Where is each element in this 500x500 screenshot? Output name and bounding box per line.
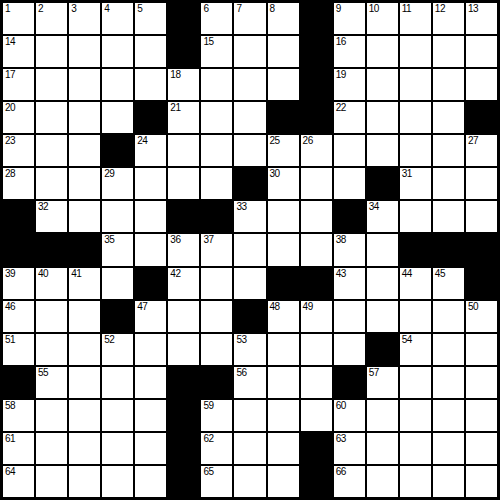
grid-cell[interactable] xyxy=(69,334,100,365)
grid-cell[interactable] xyxy=(367,69,398,100)
clue-number: 51 xyxy=(5,335,15,345)
grid-cell[interactable]: 19 xyxy=(334,69,365,100)
clue-number: 17 xyxy=(5,70,15,80)
grid-cell[interactable]: 24 xyxy=(135,135,166,166)
clue-number: 66 xyxy=(336,467,346,477)
grid-cell[interactable]: 53 xyxy=(234,334,265,365)
grid-cell[interactable]: 47 xyxy=(135,301,166,332)
grid-cell[interactable] xyxy=(69,367,100,398)
grid-cell[interactable] xyxy=(201,268,232,299)
grid-cell[interactable]: 35 xyxy=(102,234,133,265)
grid-cell[interactable] xyxy=(69,201,100,232)
clue-number: 16 xyxy=(336,37,346,47)
grid-cell[interactable] xyxy=(69,135,100,166)
grid-cell[interactable] xyxy=(268,36,299,67)
black-square xyxy=(168,3,199,34)
grid-cell[interactable] xyxy=(36,334,67,365)
grid-cell[interactable]: 32 xyxy=(36,201,67,232)
grid-cell[interactable]: 36 xyxy=(168,234,199,265)
clue-number: 23 xyxy=(5,136,15,146)
black-square xyxy=(36,234,67,265)
grid-cell[interactable] xyxy=(69,69,100,100)
clue-number: 56 xyxy=(236,368,246,378)
grid-cell[interactable] xyxy=(466,466,497,497)
black-square xyxy=(301,3,332,34)
grid-cell[interactable] xyxy=(367,268,398,299)
clue-number: 3 xyxy=(71,4,76,14)
grid-cell[interactable] xyxy=(400,135,431,166)
grid-cell[interactable] xyxy=(301,400,332,431)
grid-cell[interactable] xyxy=(168,334,199,365)
grid-cell[interactable] xyxy=(268,367,299,398)
grid-cell[interactable] xyxy=(36,400,67,431)
grid-cell[interactable] xyxy=(466,433,497,464)
grid-cell[interactable]: 43 xyxy=(334,268,365,299)
grid-cell[interactable] xyxy=(234,102,265,133)
grid-cell[interactable] xyxy=(201,135,232,166)
grid-cell[interactable] xyxy=(69,433,100,464)
clue-number: 1 xyxy=(5,4,10,14)
grid-cell[interactable] xyxy=(400,466,431,497)
grid-cell[interactable] xyxy=(234,268,265,299)
grid-cell[interactable] xyxy=(102,466,133,497)
clue-number: 46 xyxy=(5,302,15,312)
grid-cell[interactable] xyxy=(102,201,133,232)
grid-cell[interactable] xyxy=(234,69,265,100)
grid-cell[interactable]: 6 xyxy=(201,3,232,34)
grid-cell[interactable] xyxy=(466,400,497,431)
grid-cell[interactable] xyxy=(433,168,464,199)
black-square xyxy=(168,433,199,464)
grid-cell[interactable]: 2 xyxy=(36,3,67,34)
grid-cell[interactable] xyxy=(400,400,431,431)
grid-cell[interactable]: 64 xyxy=(3,466,34,497)
clue-number: 34 xyxy=(369,202,379,212)
grid-cell[interactable] xyxy=(466,69,497,100)
clue-number: 55 xyxy=(38,368,48,378)
grid-cell[interactable]: 44 xyxy=(400,268,431,299)
clue-number: 65 xyxy=(203,467,213,477)
clue-number: 44 xyxy=(402,269,412,279)
grid-cell[interactable] xyxy=(36,168,67,199)
grid-cell[interactable] xyxy=(234,135,265,166)
clue-number: 30 xyxy=(270,169,280,179)
grid-cell[interactable] xyxy=(102,400,133,431)
grid-cell[interactable]: 42 xyxy=(168,268,199,299)
clue-number: 28 xyxy=(5,169,15,179)
clue-number: 29 xyxy=(104,169,114,179)
grid-cell[interactable]: 56 xyxy=(234,367,265,398)
clue-number: 12 xyxy=(435,4,445,14)
grid-cell[interactable] xyxy=(400,69,431,100)
grid-cell[interactable]: 22 xyxy=(334,102,365,133)
grid-cell[interactable] xyxy=(433,433,464,464)
grid-cell[interactable]: 66 xyxy=(334,466,365,497)
grid-cell[interactable] xyxy=(433,400,464,431)
grid-cell[interactable] xyxy=(367,466,398,497)
grid-cell[interactable] xyxy=(400,102,431,133)
grid-cell[interactable] xyxy=(433,201,464,232)
grid-cell[interactable]: 45 xyxy=(433,268,464,299)
grid-cell[interactable]: 13 xyxy=(466,3,497,34)
grid-cell[interactable] xyxy=(466,36,497,67)
clue-number: 26 xyxy=(303,136,313,146)
grid-cell[interactable] xyxy=(367,36,398,67)
clue-number: 63 xyxy=(336,434,346,444)
clue-number: 57 xyxy=(369,368,379,378)
grid-cell[interactable] xyxy=(400,301,431,332)
black-square xyxy=(201,201,232,232)
grid-cell[interactable]: 46 xyxy=(3,301,34,332)
grid-cell[interactable]: 65 xyxy=(201,466,232,497)
clue-number: 21 xyxy=(170,103,180,113)
grid-cell[interactable] xyxy=(301,334,332,365)
grid-cell[interactable] xyxy=(135,367,166,398)
black-square xyxy=(69,234,100,265)
grid-cell[interactable] xyxy=(367,102,398,133)
grid-cell[interactable] xyxy=(234,400,265,431)
grid-cell[interactable]: 8 xyxy=(268,3,299,34)
black-square xyxy=(168,367,199,398)
clue-number: 15 xyxy=(203,37,213,47)
grid-cell[interactable] xyxy=(135,334,166,365)
grid-cell[interactable] xyxy=(268,201,299,232)
clue-number: 8 xyxy=(270,4,275,14)
grid-cell[interactable]: 51 xyxy=(3,334,34,365)
clue-number: 45 xyxy=(435,269,445,279)
grid-cell[interactable] xyxy=(69,400,100,431)
grid-cell[interactable] xyxy=(367,400,398,431)
grid-cell[interactable]: 23 xyxy=(3,135,34,166)
clue-number: 35 xyxy=(104,235,114,245)
black-square xyxy=(234,301,265,332)
black-square xyxy=(102,301,133,332)
grid-cell[interactable] xyxy=(268,69,299,100)
grid-cell[interactable] xyxy=(168,135,199,166)
grid-cell[interactable] xyxy=(234,234,265,265)
clue-number: 31 xyxy=(402,169,412,179)
black-square xyxy=(466,234,497,265)
clue-number: 7 xyxy=(236,4,241,14)
grid-cell[interactable]: 3 xyxy=(69,3,100,34)
grid-cell[interactable]: 52 xyxy=(102,334,133,365)
grid-cell[interactable] xyxy=(69,466,100,497)
clue-number: 59 xyxy=(203,401,213,411)
grid-cell[interactable] xyxy=(433,69,464,100)
black-square xyxy=(301,69,332,100)
grid-cell[interactable] xyxy=(301,234,332,265)
black-square xyxy=(268,102,299,133)
clue-number: 24 xyxy=(137,136,147,146)
grid-cell[interactable]: 18 xyxy=(168,69,199,100)
clue-number: 60 xyxy=(336,401,346,411)
black-square xyxy=(466,268,497,299)
clue-number: 50 xyxy=(468,302,478,312)
grid-cell[interactable]: 61 xyxy=(3,433,34,464)
grid-cell[interactable] xyxy=(135,201,166,232)
clue-number: 58 xyxy=(5,401,15,411)
grid-cell[interactable]: 28 xyxy=(3,168,34,199)
clue-number: 5 xyxy=(137,4,142,14)
grid-cell[interactable]: 41 xyxy=(69,268,100,299)
grid-cell[interactable] xyxy=(36,102,67,133)
clue-number: 9 xyxy=(336,4,341,14)
grid-cell[interactable]: 20 xyxy=(3,102,34,133)
black-square xyxy=(367,168,398,199)
grid-cell[interactable] xyxy=(268,334,299,365)
grid-cell[interactable]: 12 xyxy=(433,3,464,34)
black-square xyxy=(466,102,497,133)
grid-cell[interactable] xyxy=(400,433,431,464)
black-square xyxy=(135,268,166,299)
grid-cell[interactable] xyxy=(36,36,67,67)
grid-cell[interactable]: 14 xyxy=(3,36,34,67)
grid-cell[interactable] xyxy=(234,36,265,67)
grid-cell[interactable] xyxy=(102,102,133,133)
clue-number: 41 xyxy=(71,269,81,279)
black-square xyxy=(168,400,199,431)
grid-cell[interactable] xyxy=(102,367,133,398)
grid-cell[interactable]: 63 xyxy=(334,433,365,464)
grid-cell[interactable] xyxy=(334,168,365,199)
grid-cell[interactable]: 55 xyxy=(36,367,67,398)
grid-cell[interactable] xyxy=(433,334,464,365)
clue-number: 10 xyxy=(369,4,379,14)
grid-cell[interactable] xyxy=(36,466,67,497)
grid-cell[interactable] xyxy=(400,367,431,398)
grid-cell[interactable] xyxy=(201,301,232,332)
grid-cell[interactable] xyxy=(268,400,299,431)
black-square xyxy=(268,268,299,299)
clue-number: 27 xyxy=(468,136,478,146)
grid-cell[interactable]: 50 xyxy=(466,301,497,332)
black-square xyxy=(3,234,34,265)
clue-number: 25 xyxy=(270,136,280,146)
grid-cell[interactable]: 16 xyxy=(334,36,365,67)
grid-cell[interactable] xyxy=(135,36,166,67)
grid-cell[interactable]: 30 xyxy=(268,168,299,199)
black-square xyxy=(367,334,398,365)
grid-cell[interactable] xyxy=(466,201,497,232)
grid-cell[interactable] xyxy=(36,135,67,166)
grid-cell[interactable] xyxy=(367,433,398,464)
grid-cell[interactable] xyxy=(201,334,232,365)
clue-number: 39 xyxy=(5,269,15,279)
grid-cell[interactable]: 59 xyxy=(201,400,232,431)
clue-number: 20 xyxy=(5,103,15,113)
grid-cell[interactable] xyxy=(201,69,232,100)
grid-cell[interactable]: 25 xyxy=(268,135,299,166)
black-square xyxy=(234,168,265,199)
grid-cell[interactable] xyxy=(367,135,398,166)
grid-cell[interactable]: 21 xyxy=(168,102,199,133)
grid-cell[interactable]: 31 xyxy=(400,168,431,199)
clue-number: 32 xyxy=(38,202,48,212)
grid-cell[interactable]: 7 xyxy=(234,3,265,34)
black-square xyxy=(3,201,34,232)
clue-number: 61 xyxy=(5,434,15,444)
grid-cell[interactable] xyxy=(234,433,265,464)
grid-cell[interactable] xyxy=(301,367,332,398)
grid-cell[interactable] xyxy=(367,234,398,265)
black-square xyxy=(135,102,166,133)
grid-cell[interactable] xyxy=(301,201,332,232)
grid-cell[interactable] xyxy=(334,301,365,332)
black-square xyxy=(400,234,431,265)
clue-number: 49 xyxy=(303,302,313,312)
grid-cell[interactable] xyxy=(367,301,398,332)
grid-cell[interactable]: 54 xyxy=(400,334,431,365)
grid-cell[interactable]: 27 xyxy=(466,135,497,166)
grid-cell[interactable] xyxy=(268,433,299,464)
black-square xyxy=(301,102,332,133)
grid-cell[interactable] xyxy=(433,36,464,67)
grid-cell[interactable] xyxy=(135,168,166,199)
grid-cell[interactable]: 9 xyxy=(334,3,365,34)
black-square xyxy=(301,268,332,299)
grid-cell[interactable] xyxy=(36,69,67,100)
clue-number: 47 xyxy=(137,302,147,312)
grid-cell[interactable] xyxy=(433,466,464,497)
grid-cell[interactable]: 29 xyxy=(102,168,133,199)
grid-cell[interactable] xyxy=(36,433,67,464)
black-square xyxy=(102,135,133,166)
clue-number: 22 xyxy=(336,103,346,113)
black-square xyxy=(301,36,332,67)
grid-cell[interactable] xyxy=(433,301,464,332)
clue-number: 18 xyxy=(170,70,180,80)
grid-cell[interactable] xyxy=(466,334,497,365)
grid-cell[interactable] xyxy=(268,234,299,265)
grid-cell[interactable]: 26 xyxy=(301,135,332,166)
clue-number: 19 xyxy=(336,70,346,80)
clue-number: 4 xyxy=(104,4,109,14)
clue-number: 38 xyxy=(336,235,346,245)
black-square xyxy=(301,433,332,464)
grid-cell[interactable] xyxy=(69,168,100,199)
clue-number: 48 xyxy=(270,302,280,312)
clue-number: 52 xyxy=(104,335,114,345)
grid-cell[interactable] xyxy=(201,102,232,133)
grid-cell[interactable] xyxy=(102,69,133,100)
grid-cell[interactable] xyxy=(268,466,299,497)
grid-cell[interactable] xyxy=(36,301,67,332)
crossword-board: 1234567891011121314151617181920212223242… xyxy=(0,0,500,500)
grid-cell[interactable]: 48 xyxy=(268,301,299,332)
grid-cell[interactable] xyxy=(168,168,199,199)
black-square xyxy=(334,367,365,398)
black-square xyxy=(3,367,34,398)
grid-cell[interactable] xyxy=(135,234,166,265)
clue-number: 62 xyxy=(203,434,213,444)
grid-cell[interactable]: 38 xyxy=(334,234,365,265)
grid-cell[interactable]: 34 xyxy=(367,201,398,232)
grid-cell[interactable] xyxy=(135,69,166,100)
clue-number: 36 xyxy=(170,235,180,245)
black-square xyxy=(168,201,199,232)
clue-number: 40 xyxy=(38,269,48,279)
grid-cell[interactable] xyxy=(466,367,497,398)
grid-cell[interactable] xyxy=(301,168,332,199)
clue-number: 11 xyxy=(402,4,411,14)
grid-cell[interactable] xyxy=(400,36,431,67)
grid-cell[interactable]: 58 xyxy=(3,400,34,431)
grid-cell[interactable] xyxy=(433,135,464,166)
black-square xyxy=(301,466,332,497)
grid-cell[interactable]: 33 xyxy=(234,201,265,232)
grid-cell[interactable] xyxy=(135,433,166,464)
grid-cell[interactable]: 40 xyxy=(36,268,67,299)
grid-cell[interactable] xyxy=(102,268,133,299)
black-square xyxy=(168,36,199,67)
grid-cell[interactable]: 37 xyxy=(201,234,232,265)
grid-cell[interactable] xyxy=(168,301,199,332)
clue-number: 42 xyxy=(170,269,180,279)
grid-cell[interactable]: 62 xyxy=(201,433,232,464)
grid-cell[interactable] xyxy=(334,135,365,166)
grid-cell[interactable] xyxy=(433,102,464,133)
clue-number: 54 xyxy=(402,335,412,345)
clue-number: 43 xyxy=(336,269,346,279)
grid-cell[interactable]: 5 xyxy=(135,3,166,34)
clue-number: 64 xyxy=(5,467,15,477)
grid-cell[interactable] xyxy=(69,301,100,332)
grid-cell[interactable]: 57 xyxy=(367,367,398,398)
grid-cell[interactable]: 4 xyxy=(102,3,133,34)
grid-cell[interactable]: 15 xyxy=(201,36,232,67)
grid-cell[interactable] xyxy=(466,168,497,199)
clue-number: 37 xyxy=(203,235,213,245)
clue-number: 33 xyxy=(236,202,246,212)
grid-cell[interactable] xyxy=(102,433,133,464)
grid-cell[interactable]: 10 xyxy=(367,3,398,34)
grid-cell[interactable]: 1 xyxy=(3,3,34,34)
grid-cell[interactable] xyxy=(433,367,464,398)
grid-cell[interactable]: 49 xyxy=(301,301,332,332)
clue-number: 2 xyxy=(38,4,43,14)
grid-cell[interactable] xyxy=(69,36,100,67)
clue-number: 14 xyxy=(5,37,15,47)
clue-number: 6 xyxy=(203,4,208,14)
grid-cell[interactable] xyxy=(234,466,265,497)
grid-cell[interactable] xyxy=(201,168,232,199)
clue-number: 13 xyxy=(468,4,478,14)
grid-cell[interactable]: 17 xyxy=(3,69,34,100)
grid-cell[interactable] xyxy=(334,334,365,365)
grid-cell[interactable] xyxy=(400,201,431,232)
grid-cell[interactable] xyxy=(135,466,166,497)
black-square xyxy=(334,201,365,232)
grid-cell[interactable]: 39 xyxy=(3,268,34,299)
black-square xyxy=(168,466,199,497)
black-square xyxy=(201,367,232,398)
clue-number: 53 xyxy=(236,335,246,345)
grid-cell[interactable]: 60 xyxy=(334,400,365,431)
grid-cell[interactable] xyxy=(102,36,133,67)
black-square xyxy=(433,234,464,265)
grid-cell[interactable] xyxy=(135,400,166,431)
grid-cell[interactable] xyxy=(69,102,100,133)
grid-cell[interactable]: 11 xyxy=(400,3,431,34)
